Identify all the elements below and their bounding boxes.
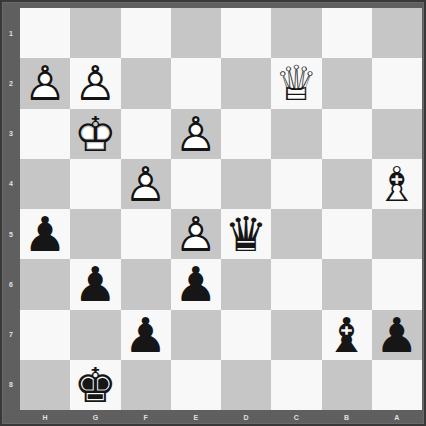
- board: ♟♙♟♙♛♕♚♔♟♙♟♙♝♗♟♟♙♛♟♟♟♝♟♚: [20, 8, 422, 410]
- white-piece-outline-glyph: ♕: [275, 59, 318, 107]
- square-a6[interactable]: [372, 259, 422, 309]
- square-e7[interactable]: [171, 310, 221, 360]
- square-f5[interactable]: [121, 209, 171, 259]
- white-piece-outline-glyph: ♙: [74, 59, 117, 107]
- square-b1[interactable]: [322, 8, 372, 58]
- square-g4[interactable]: [70, 159, 120, 209]
- square-f3[interactable]: [121, 109, 171, 159]
- square-c7[interactable]: [271, 310, 321, 360]
- black-bishop-b7[interactable]: ♝: [322, 310, 372, 360]
- black-piece-glyph: ♟: [375, 311, 418, 359]
- square-b5[interactable]: [322, 209, 372, 259]
- square-h5[interactable]: ♟: [20, 209, 70, 259]
- rank-label-4: 4: [2, 159, 20, 209]
- black-queen-d5[interactable]: ♛: [221, 209, 271, 259]
- white-pawn-e5[interactable]: ♟♙: [171, 209, 221, 259]
- square-d2[interactable]: [221, 58, 271, 108]
- white-pawn-g2[interactable]: ♟♙: [70, 58, 120, 108]
- black-piece-glyph: ♟: [124, 311, 167, 359]
- black-pawn-e6[interactable]: ♟: [171, 259, 221, 309]
- rank-label-2: 2: [2, 58, 20, 108]
- square-g7[interactable]: [70, 310, 120, 360]
- square-c5[interactable]: [271, 209, 321, 259]
- square-f7[interactable]: ♟: [121, 310, 171, 360]
- rank-label-8: 8: [2, 360, 20, 410]
- square-h2[interactable]: ♟♙: [20, 58, 70, 108]
- square-d8[interactable]: [221, 360, 271, 410]
- square-a7[interactable]: ♟: [372, 310, 422, 360]
- square-h4[interactable]: [20, 159, 70, 209]
- white-queen-c2[interactable]: ♛♕: [271, 58, 321, 108]
- square-f6[interactable]: [121, 259, 171, 309]
- square-d4[interactable]: [221, 159, 271, 209]
- square-b4[interactable]: [322, 159, 372, 209]
- file-label-e: E: [171, 410, 221, 424]
- chessboard-frame: 12345678 HGFEDCBA ♟♙♟♙♛♕♚♔♟♙♟♙♝♗♟♟♙♛♟♟♟♝…: [0, 0, 426, 426]
- square-d1[interactable]: [221, 8, 271, 58]
- square-f2[interactable]: [121, 58, 171, 108]
- white-pawn-h2[interactable]: ♟♙: [20, 58, 70, 108]
- square-g8[interactable]: ♚: [70, 360, 120, 410]
- square-e3[interactable]: ♟♙: [171, 109, 221, 159]
- square-a3[interactable]: [372, 109, 422, 159]
- black-pawn-f7[interactable]: ♟: [121, 310, 171, 360]
- square-h3[interactable]: [20, 109, 70, 159]
- black-piece-glyph: ♚: [74, 361, 117, 409]
- square-b7[interactable]: ♝: [322, 310, 372, 360]
- square-e6[interactable]: ♟: [171, 259, 221, 309]
- white-piece-outline-glyph: ♙: [124, 160, 167, 208]
- square-e1[interactable]: [171, 8, 221, 58]
- square-c1[interactable]: [271, 8, 321, 58]
- black-piece-glyph: ♛: [225, 210, 268, 258]
- file-label-f: F: [121, 410, 171, 424]
- file-label-a: A: [372, 410, 422, 424]
- black-pawn-g6[interactable]: ♟: [70, 259, 120, 309]
- white-piece-outline-glyph: ♙: [174, 110, 217, 158]
- white-piece-outline-glyph: ♗: [375, 160, 418, 208]
- black-piece-glyph: ♝: [325, 311, 368, 359]
- square-d5[interactable]: ♛: [221, 209, 271, 259]
- square-e2[interactable]: [171, 58, 221, 108]
- square-h7[interactable]: [20, 310, 70, 360]
- white-piece-outline-glyph: ♙: [24, 59, 67, 107]
- rank-label-1: 1: [2, 8, 20, 58]
- square-g5[interactable]: [70, 209, 120, 259]
- white-pawn-e3[interactable]: ♟♙: [171, 109, 221, 159]
- rank-label-7: 7: [2, 310, 20, 360]
- square-d6[interactable]: [221, 259, 271, 309]
- square-b2[interactable]: [322, 58, 372, 108]
- rank-labels: 12345678: [2, 8, 20, 410]
- square-c4[interactable]: [271, 159, 321, 209]
- square-b3[interactable]: [322, 109, 372, 159]
- square-c6[interactable]: [271, 259, 321, 309]
- file-label-d: D: [221, 410, 271, 424]
- square-c3[interactable]: [271, 109, 321, 159]
- file-label-c: C: [271, 410, 321, 424]
- square-g1[interactable]: [70, 8, 120, 58]
- square-g2[interactable]: ♟♙: [70, 58, 120, 108]
- square-c8[interactable]: [271, 360, 321, 410]
- black-piece-glyph: ♟: [74, 260, 117, 308]
- square-f1[interactable]: [121, 8, 171, 58]
- square-c2[interactable]: ♛♕: [271, 58, 321, 108]
- rank-label-5: 5: [2, 209, 20, 259]
- square-g6[interactable]: ♟: [70, 259, 120, 309]
- black-piece-glyph: ♟: [24, 210, 67, 258]
- black-king-g8[interactable]: ♚: [70, 360, 120, 410]
- square-b8[interactable]: [322, 360, 372, 410]
- square-e4[interactable]: [171, 159, 221, 209]
- square-a2[interactable]: [372, 58, 422, 108]
- square-f8[interactable]: [121, 360, 171, 410]
- square-h8[interactable]: [20, 360, 70, 410]
- black-pawn-h5[interactable]: ♟: [20, 209, 70, 259]
- black-pawn-a7[interactable]: ♟: [372, 310, 422, 360]
- white-piece-outline-glyph: ♙: [174, 210, 217, 258]
- file-label-h: H: [20, 410, 70, 424]
- square-h6[interactable]: [20, 259, 70, 309]
- square-a8[interactable]: [372, 360, 422, 410]
- white-bishop-a4[interactable]: ♝♗: [372, 159, 422, 209]
- square-d7[interactable]: [221, 310, 271, 360]
- square-g3[interactable]: ♚♔: [70, 109, 120, 159]
- black-piece-glyph: ♟: [174, 260, 217, 308]
- white-piece-outline-glyph: ♔: [74, 110, 117, 158]
- rank-label-3: 3: [2, 109, 20, 159]
- white-king-g3[interactable]: ♚♔: [70, 109, 120, 159]
- square-a4[interactable]: ♝♗: [372, 159, 422, 209]
- square-b6[interactable]: [322, 259, 372, 309]
- square-e5[interactable]: ♟♙: [171, 209, 221, 259]
- square-f4[interactable]: ♟♙: [121, 159, 171, 209]
- square-e8[interactable]: [171, 360, 221, 410]
- square-a5[interactable]: [372, 209, 422, 259]
- square-a1[interactable]: [372, 8, 422, 58]
- square-h1[interactable]: [20, 8, 70, 58]
- rank-label-6: 6: [2, 259, 20, 309]
- square-d3[interactable]: [221, 109, 271, 159]
- file-label-b: B: [322, 410, 372, 424]
- white-pawn-f4[interactable]: ♟♙: [121, 159, 171, 209]
